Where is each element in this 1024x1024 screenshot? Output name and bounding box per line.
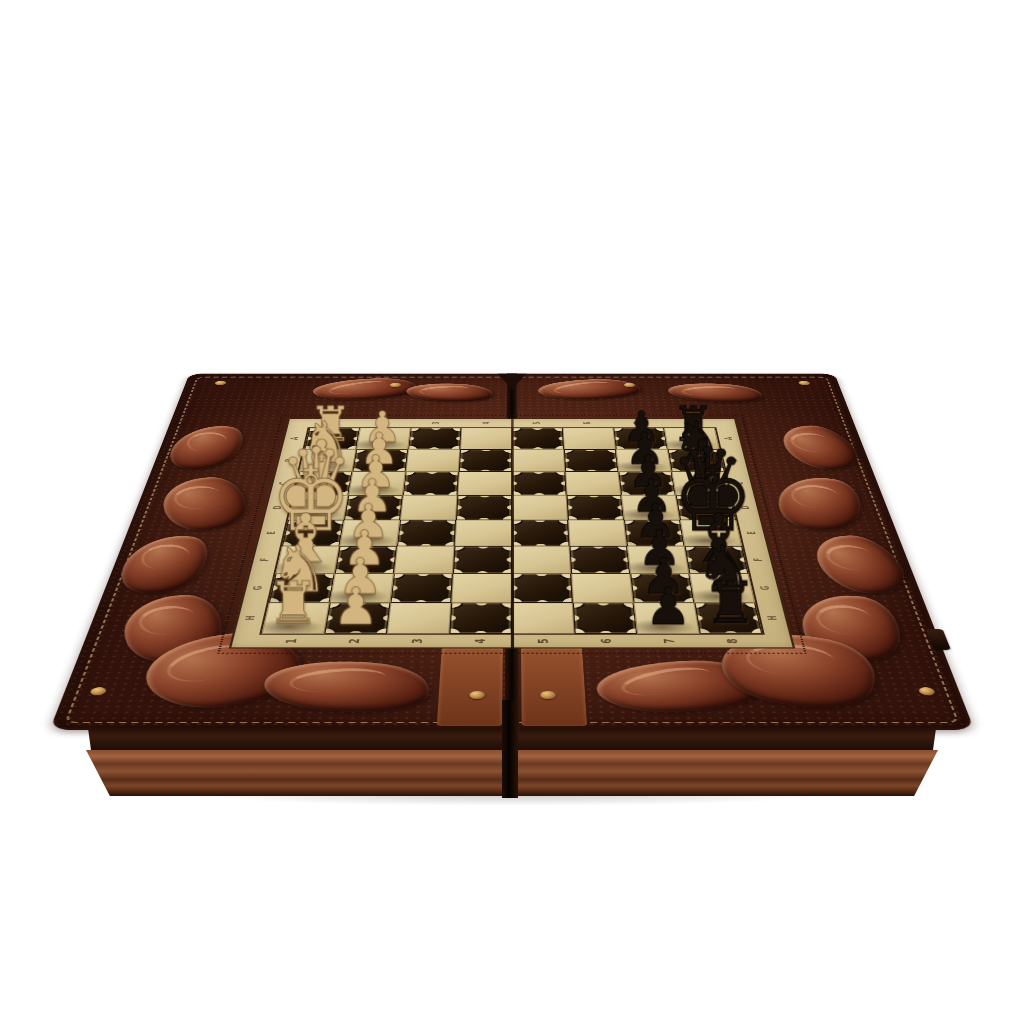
square-h3[interactable]	[387, 603, 451, 634]
fold-seam-front	[502, 700, 518, 798]
rank-label-front-6: 6	[596, 636, 617, 646]
rank-label-front-1: 1	[280, 636, 302, 646]
brass-pin	[214, 381, 227, 385]
carving-ornament	[107, 533, 220, 595]
square-f5[interactable]	[512, 546, 571, 574]
square-e4[interactable]	[454, 520, 512, 546]
brass-pin	[918, 687, 936, 695]
chess-set-photo: ♜♟♟♜♞♟♟♞♝♟♟♝♛♟♟♛♚♟♟♚♝♟♟♝♞♟♟♞♜♟♟♜ 1234567…	[0, 0, 1024, 1024]
square-f4[interactable]	[453, 546, 512, 574]
rank-label-front-7: 7	[659, 636, 681, 646]
square-c4[interactable]	[457, 472, 512, 496]
latch-clasp	[926, 629, 951, 650]
square-c5[interactable]	[512, 472, 567, 496]
rank-label-front-5: 5	[533, 636, 554, 646]
board-tilt: ♜♟♟♜♞♟♟♞♝♟♟♝♛♟♟♛♚♟♟♚♝♟♟♝♞♟♟♞♜♟♟♜ 1234567…	[50, 374, 975, 730]
rank-label-front-8: 8	[721, 636, 743, 646]
white-pawn-h2[interactable]: ♟	[333, 581, 379, 632]
carving-ornament	[772, 424, 869, 472]
square-b5[interactable]	[512, 449, 565, 471]
square-h5[interactable]	[512, 603, 575, 634]
file-label-right-H: H	[762, 613, 784, 623]
black-pawn-h7[interactable]: ♟	[645, 581, 691, 632]
square-b4[interactable]	[459, 449, 512, 471]
brass-pin	[469, 691, 485, 699]
square-h2[interactable]: ♟	[324, 603, 390, 634]
rank-label-back-6: 6	[579, 420, 596, 427]
square-c3[interactable]	[403, 472, 459, 496]
square-d4[interactable]	[456, 495, 512, 520]
carving-ornament	[804, 533, 917, 595]
square-g6[interactable]	[571, 574, 633, 603]
file-label-left-G: G	[248, 583, 270, 592]
rank-label-back-4: 4	[479, 420, 495, 427]
square-e3[interactable]	[397, 520, 456, 546]
seam-strip-right	[521, 647, 587, 725]
carving-ornament	[536, 378, 644, 401]
square-g5[interactable]	[512, 574, 573, 603]
rank-label-back-3: 3	[428, 420, 445, 427]
square-g3[interactable]	[390, 574, 452, 603]
black-rook-h8[interactable]: ♜	[705, 574, 757, 632]
square-a6[interactable]	[563, 428, 616, 449]
square-h6[interactable]	[573, 603, 637, 634]
hinge-notch	[497, 374, 526, 390]
brass-pin	[798, 381, 811, 385]
carved-frame: ♜♟♟♜♞♟♟♞♝♟♟♝♛♟♟♛♚♟♟♚♝♟♟♝♞♟♟♞♜♟♟♜ 1234567…	[50, 374, 975, 730]
brass-pin	[540, 691, 556, 699]
square-a3[interactable]	[408, 428, 461, 449]
carving-ornament	[158, 424, 255, 472]
square-g4[interactable]	[451, 574, 512, 603]
rank-label-back-5: 5	[529, 420, 545, 427]
square-c6[interactable]	[565, 472, 621, 496]
square-b6[interactable]	[564, 449, 619, 471]
square-h8[interactable]: ♜	[694, 603, 762, 634]
square-e5[interactable]	[512, 520, 570, 546]
brass-pin	[89, 687, 107, 695]
square-a4[interactable]	[460, 428, 512, 449]
white-rook-h1[interactable]: ♜	[267, 574, 319, 632]
square-b3[interactable]	[406, 449, 461, 471]
rank-label-front-4: 4	[470, 636, 491, 646]
square-d5[interactable]	[512, 495, 568, 520]
rank-label-front-2: 2	[344, 636, 366, 646]
rank-label-front-3: 3	[407, 636, 428, 646]
file-label-right-G: G	[755, 583, 777, 592]
file-label-left-H: H	[240, 613, 262, 623]
square-h4[interactable]	[449, 603, 512, 634]
carving-ornament	[403, 382, 495, 403]
seam-strip-left	[437, 647, 503, 725]
carving-ornament	[774, 474, 863, 533]
carving-ornament	[161, 474, 250, 533]
square-e6[interactable]	[568, 520, 627, 546]
square-d3[interactable]	[400, 495, 457, 520]
square-d6[interactable]	[567, 495, 624, 520]
square-f3[interactable]	[394, 546, 455, 574]
square-h7[interactable]: ♟	[634, 603, 700, 634]
square-h1[interactable]: ♜	[262, 603, 330, 634]
square-a5[interactable]	[512, 428, 564, 449]
square-f6[interactable]	[570, 546, 631, 574]
